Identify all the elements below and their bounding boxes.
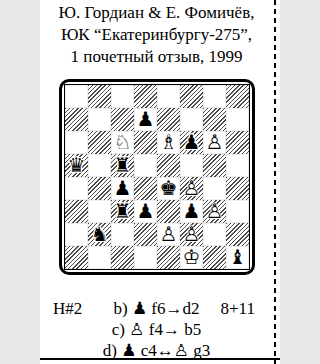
solid-cell-border: [40, 358, 280, 361]
square-d4: [134, 177, 157, 200]
square-b2: ♞: [88, 223, 111, 246]
square-g5: [203, 154, 226, 177]
square-a7: [65, 108, 88, 131]
square-h2: [226, 223, 249, 246]
square-c6: ♞♘: [111, 131, 134, 154]
square-c3: ♜: [111, 200, 134, 223]
square-g6: ♟♙: [203, 131, 226, 154]
square-a8: [65, 85, 88, 108]
white-pawn: ♟♙: [180, 177, 203, 200]
problem-header: Ю. Гордиан & Е. Фомичёв, ЮК “Екатеринбур…: [40, 2, 273, 68]
board-grid: ♟♞♘♝♗♟♟♙♛♜♟♚♟♙♜♟♟♟♙♞♟♙♟♙♚♔♝: [65, 85, 249, 269]
square-d5: [134, 154, 157, 177]
stipulation: H#2 b) ♟ f6→d2 8+11 c) ♙ f4→ b5 d) ♟ c4↔…: [40, 298, 273, 361]
square-c2: [111, 223, 134, 246]
square-g1: [203, 246, 226, 269]
square-a6: [65, 131, 88, 154]
square-h7: [226, 108, 249, 131]
square-e5: [157, 154, 180, 177]
square-b7: [88, 108, 111, 131]
square-f3: ♟: [180, 200, 203, 223]
stipulation-main: H#2: [53, 298, 82, 319]
black-queen: ♛: [65, 154, 88, 177]
square-c4: ♟: [111, 177, 134, 200]
square-b5: [88, 154, 111, 177]
award-line: 1 почетный отзыв, 1999: [40, 46, 273, 68]
square-h6: [226, 131, 249, 154]
black-pawn: ♟: [180, 131, 203, 154]
square-d6: [134, 131, 157, 154]
black-pawn: ♟: [134, 200, 157, 223]
square-b6: [88, 131, 111, 154]
square-h1: ♝: [226, 246, 249, 269]
square-e6: ♝♗: [157, 131, 180, 154]
square-d7: ♟: [134, 108, 157, 131]
black-pawn: ♟: [134, 108, 157, 131]
white-bishop: ♝♗: [157, 131, 180, 154]
black-rook: ♜: [111, 154, 134, 177]
square-f1: ♚♔: [180, 246, 203, 269]
square-a2: [65, 223, 88, 246]
chessboard: ♟♞♘♝♗♟♟♙♛♜♟♚♟♙♜♟♟♟♙♞♟♙♟♙♚♔♝: [59, 79, 255, 275]
square-d1: [134, 246, 157, 269]
square-f6: ♟: [180, 131, 203, 154]
board-outer-border: ♟♞♘♝♗♟♟♙♛♜♟♚♟♙♜♟♟♟♙♞♟♙♟♙♚♔♝: [59, 79, 255, 275]
square-a4: [65, 177, 88, 200]
square-f5: [180, 154, 203, 177]
board-inner-border: ♟♞♘♝♗♟♟♙♛♜♟♚♟♙♜♟♟♟♙♞♟♙♟♙♚♔♝: [64, 84, 250, 270]
white-pawn: ♟♙: [203, 131, 226, 154]
square-e1: [157, 246, 180, 269]
white-pawn: ♟♙: [203, 200, 226, 223]
square-b3: [88, 200, 111, 223]
square-d8: [134, 85, 157, 108]
black-pawn: ♟: [180, 200, 203, 223]
piece-count: 8+11: [221, 298, 255, 319]
white-pawn: ♟♙: [180, 223, 203, 246]
square-b4: [88, 177, 111, 200]
square-h4: [226, 177, 249, 200]
square-b1: [88, 246, 111, 269]
square-c8: [111, 85, 134, 108]
square-h3: [226, 200, 249, 223]
square-e7: [157, 108, 180, 131]
twin-b-line: b) ♟ f6→d2: [113, 299, 199, 318]
square-g8: [203, 85, 226, 108]
authors-line: Ю. Гордиан & Е. Фомичёв,: [40, 2, 273, 24]
square-e8: [157, 85, 180, 108]
square-h8: [226, 85, 249, 108]
square-c5: ♜: [111, 154, 134, 177]
black-pawn: ♟: [111, 177, 134, 200]
square-b8: [88, 85, 111, 108]
square-g3: ♟♙: [203, 200, 226, 223]
dashed-cell-border: [274, 0, 276, 364]
tourney-line: ЮК “Екатеринбургу-275”,: [40, 24, 273, 46]
square-e3: [157, 200, 180, 223]
white-king: ♚♔: [180, 246, 203, 269]
stipulation-row-1: H#2 b) ♟ f6→d2 8+11: [40, 298, 273, 319]
square-e4: ♚: [157, 177, 180, 200]
square-d3: ♟: [134, 200, 157, 223]
square-g4: [203, 177, 226, 200]
square-f4: ♟♙: [180, 177, 203, 200]
twin-c-line: c) ♙ f4→ b5: [40, 319, 273, 340]
square-a5: ♛: [65, 154, 88, 177]
square-c7: [111, 108, 134, 131]
square-a3: [65, 200, 88, 223]
square-h5: [226, 154, 249, 177]
problem-card: Ю. Гордиан & Е. Фомичёв, ЮК “Екатеринбур…: [40, 0, 280, 364]
square-f7: [180, 108, 203, 131]
white-knight: ♞♘: [111, 131, 134, 154]
square-g7: [203, 108, 226, 131]
black-bishop: ♝: [226, 246, 249, 269]
black-knight: ♞: [88, 223, 111, 246]
black-rook: ♜: [111, 200, 134, 223]
square-a1: [65, 246, 88, 269]
white-pawn: ♟♙: [157, 223, 180, 246]
square-g2: [203, 223, 226, 246]
black-king: ♚: [157, 177, 180, 200]
square-e2: ♟♙: [157, 223, 180, 246]
square-d2: [134, 223, 157, 246]
square-f2: ♟♙: [180, 223, 203, 246]
square-f8: [180, 85, 203, 108]
square-c1: [111, 246, 134, 269]
